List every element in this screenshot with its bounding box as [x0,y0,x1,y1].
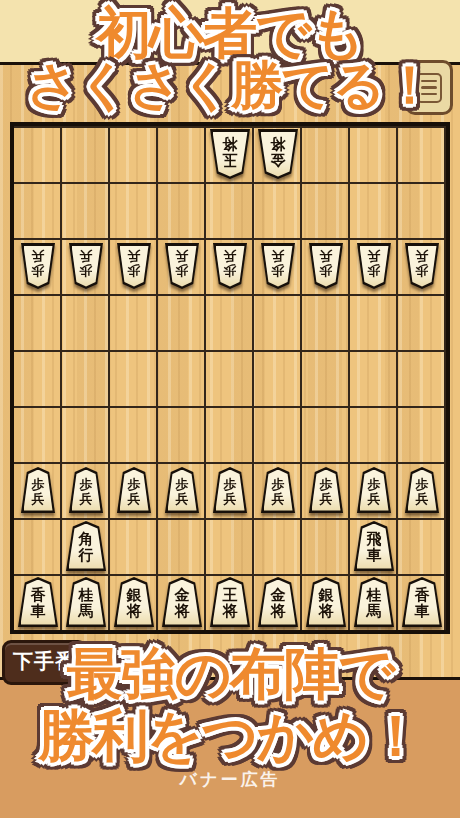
koma-kanji: 歩兵 [367,478,381,505]
koma-kanji: 歩兵 [271,250,285,277]
piece-rook-sente[interactable]: 飛車 [350,518,398,574]
piece-silver-sente[interactable]: 銀将 [302,574,350,630]
koma-kanji: 歩兵 [175,250,189,277]
koma-tile: 歩兵 [21,243,55,289]
koma-tile: 桂馬 [354,577,394,627]
promo-text-bottom-line1: 最強の布陣で [0,646,460,702]
koma-kanji: 歩兵 [367,250,381,277]
piece-pawn-gote[interactable]: 歩兵 [158,238,206,294]
piece-pawn-sente[interactable]: 歩兵 [254,462,302,518]
koma-kanji: 歩兵 [319,250,333,277]
koma-tile: 香車 [402,577,442,627]
koma-kanji: 歩兵 [79,250,93,277]
piece-king-sente[interactable]: 王将 [206,574,254,630]
koma-tile: 歩兵 [261,243,295,289]
koma-tile: 金将 [258,129,298,179]
koma-tile: 歩兵 [21,467,55,513]
koma-tile: 歩兵 [69,467,103,513]
koma-kanji: 桂馬 [366,588,382,619]
koma-kanji: 歩兵 [127,478,141,505]
koma-tile: 歩兵 [165,467,199,513]
koma-kanji: 角行 [78,532,94,563]
koma-tile: 香車 [18,577,58,627]
koma-tile: 歩兵 [357,243,391,289]
piece-pawn-gote[interactable]: 歩兵 [398,238,446,294]
piece-pawn-sente[interactable]: 歩兵 [398,462,446,518]
koma-kanji: 歩兵 [415,250,429,277]
piece-pawn-sente[interactable]: 歩兵 [302,462,350,518]
koma-tile: 銀将 [306,577,346,627]
piece-pawn-sente[interactable]: 歩兵 [110,462,158,518]
koma-kanji: 桂馬 [78,588,94,619]
piece-pawn-gote[interactable]: 歩兵 [206,238,254,294]
koma-tile: 歩兵 [261,467,295,513]
piece-pawn-sente[interactable]: 歩兵 [158,462,206,518]
piece-gold-sente[interactable]: 金将 [158,574,206,630]
koma-tile: 歩兵 [405,243,439,289]
koma-tile: 金将 [162,577,202,627]
koma-tile: 歩兵 [117,243,151,289]
koma-kanji: 歩兵 [31,250,45,277]
piece-gold-sente[interactable]: 金将 [254,574,302,630]
koma-kanji: 歩兵 [127,250,141,277]
piece-pawn-gote[interactable]: 歩兵 [254,238,302,294]
koma-tile: 飛車 [354,521,394,571]
promo-text-top-line2: さくさく勝てる！ [0,59,460,111]
koma-kanji: 歩兵 [415,478,429,505]
koma-tile: 玉将 [210,129,250,179]
koma-kanji: 歩兵 [175,478,189,505]
piece-king-gote[interactable]: 玉将 [206,126,254,182]
koma-kanji: 歩兵 [319,478,333,505]
koma-kanji: 香車 [30,588,46,619]
koma-kanji: 歩兵 [223,478,237,505]
koma-tile: 歩兵 [405,467,439,513]
koma-tile: 歩兵 [117,467,151,513]
piece-bishop-sente[interactable]: 角行 [62,518,110,574]
koma-kanji: 歩兵 [79,478,93,505]
piece-pawn-gote[interactable]: 歩兵 [62,238,110,294]
koma-kanji: 王将 [222,588,238,619]
koma-tile: 歩兵 [309,467,343,513]
koma-kanji: 銀将 [126,588,142,619]
koma-kanji: 金将 [174,588,190,619]
banner-ad-label: バナー広告 [0,768,460,791]
koma-kanji: 香車 [414,588,430,619]
koma-kanji: 玉将 [222,136,238,167]
piece-pawn-sente[interactable]: 歩兵 [14,462,62,518]
koma-kanji: 歩兵 [223,250,237,277]
piece-knight-sente[interactable]: 桂馬 [350,574,398,630]
piece-knight-sente[interactable]: 桂馬 [62,574,110,630]
koma-kanji: 飛車 [366,532,382,563]
koma-kanji: 歩兵 [271,478,285,505]
koma-tile: 歩兵 [357,467,391,513]
shogi-app-screen: バナー広告 玉将金将歩兵歩兵歩兵歩兵歩兵歩兵歩兵歩兵歩兵歩兵歩兵歩兵歩兵歩兵歩兵… [0,0,460,818]
koma-tile: 歩兵 [213,243,247,289]
koma-kanji: 歩兵 [31,478,45,505]
piece-pawn-gote[interactable]: 歩兵 [14,238,62,294]
koma-kanji: 金将 [270,136,286,167]
piece-silver-sente[interactable]: 銀将 [110,574,158,630]
koma-tile: 角行 [66,521,106,571]
koma-kanji: 金将 [270,588,286,619]
koma-tile: 金将 [258,577,298,627]
koma-tile: 歩兵 [213,467,247,513]
promo-text-bottom-line2: 勝利をつかめ！ [0,708,460,764]
promo-text-top-line1: 初心者でも [0,6,460,61]
piece-pawn-gote[interactable]: 歩兵 [110,238,158,294]
koma-kanji: 銀将 [318,588,334,619]
piece-gold-gote[interactable]: 金将 [254,126,302,182]
shogi-board[interactable]: 玉将金将歩兵歩兵歩兵歩兵歩兵歩兵歩兵歩兵歩兵歩兵歩兵歩兵歩兵歩兵歩兵歩兵歩兵歩兵… [10,122,450,634]
piece-lance-sente[interactable]: 香車 [14,574,62,630]
piece-pawn-sente[interactable]: 歩兵 [206,462,254,518]
koma-tile: 王将 [210,577,250,627]
koma-tile: 銀将 [114,577,154,627]
piece-pawn-sente[interactable]: 歩兵 [350,462,398,518]
piece-pawn-sente[interactable]: 歩兵 [62,462,110,518]
koma-tile: 桂馬 [66,577,106,627]
koma-tile: 歩兵 [69,243,103,289]
koma-tile: 歩兵 [309,243,343,289]
piece-lance-sente[interactable]: 香車 [398,574,446,630]
koma-tile: 歩兵 [165,243,199,289]
piece-pawn-gote[interactable]: 歩兵 [350,238,398,294]
piece-pawn-gote[interactable]: 歩兵 [302,238,350,294]
